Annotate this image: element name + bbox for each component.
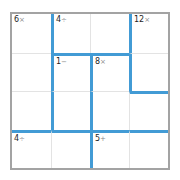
cage-clue: 4÷: [56, 15, 67, 25]
divide-operator: ÷: [61, 16, 67, 24]
kenken-puzzle: 6× 4÷ 12× 1− 8× 4÷ 5+: [0, 0, 180, 180]
cell-r2c4[interactable]: [129, 53, 168, 92]
cell-r4c3[interactable]: 5+: [90, 130, 129, 169]
cell-r1c2[interactable]: 4÷: [51, 14, 90, 53]
cage-clue: 6×: [14, 15, 25, 25]
minus-operator: −: [61, 58, 67, 66]
cell-r1c4[interactable]: 12×: [129, 14, 168, 53]
cell-r3c1[interactable]: [12, 91, 51, 130]
cell-r4c4[interactable]: [129, 130, 168, 169]
cell-r1c3[interactable]: [90, 14, 129, 53]
cell-r4c1[interactable]: 4÷: [12, 130, 51, 169]
cage-clue: 4÷: [14, 134, 25, 144]
cell-r2c1[interactable]: [12, 53, 51, 92]
cell-r3c3[interactable]: [90, 91, 129, 130]
cage-clue: 5+: [95, 134, 106, 144]
cell-r3c4[interactable]: [129, 91, 168, 130]
cage-clue: 12×: [134, 15, 150, 25]
kenken-board: 6× 4÷ 12× 1− 8× 4÷ 5+: [10, 12, 170, 170]
multiply-operator: ×: [144, 16, 150, 24]
multiply-operator: ×: [100, 58, 106, 66]
cell-r1c1[interactable]: 6×: [12, 14, 51, 53]
divide-operator: ÷: [19, 135, 25, 143]
cell-r2c2[interactable]: 1−: [51, 53, 90, 92]
cell-r4c2[interactable]: [51, 130, 90, 169]
multiply-operator: ×: [19, 16, 25, 24]
cage-clue: 8×: [95, 57, 106, 67]
cage-clue: 1−: [56, 57, 67, 67]
cell-r3c2[interactable]: [51, 91, 90, 130]
cell-r2c3[interactable]: 8×: [90, 53, 129, 92]
plus-operator: +: [100, 135, 106, 143]
